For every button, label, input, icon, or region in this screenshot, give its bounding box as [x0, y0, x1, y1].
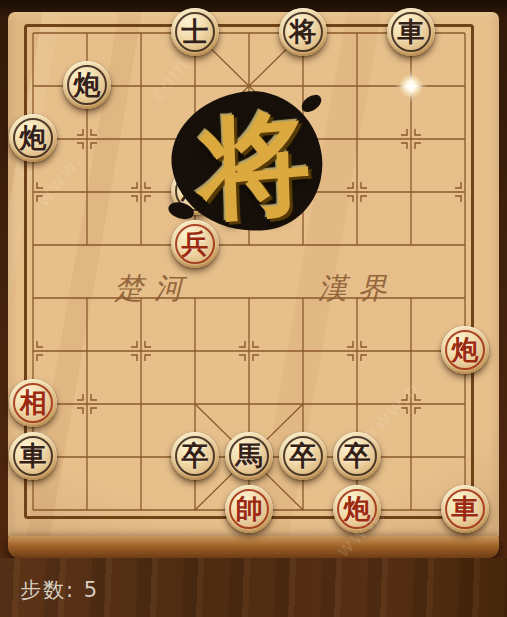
- piece-red[interactable]: 相: [9, 379, 57, 427]
- piece-red[interactable]: 炮: [441, 326, 489, 374]
- piece-black[interactable]: 卒: [333, 432, 381, 480]
- piece-black[interactable]: 炮: [9, 114, 57, 162]
- piece-black[interactable]: 車: [387, 8, 435, 56]
- piece-glyph: 帥: [236, 495, 263, 522]
- move-counter: 步数: 5: [20, 576, 99, 604]
- piece-glyph: 卒: [344, 442, 371, 469]
- piece-glyph: 士: [182, 18, 209, 45]
- piece-red[interactable]: 兵: [171, 220, 219, 268]
- piece-glyph: 卒: [182, 442, 209, 469]
- status-bar: 步数: 5: [0, 558, 507, 617]
- piece-glyph: 車: [20, 442, 47, 469]
- piece-black[interactable]: 馬: [225, 432, 273, 480]
- piece-glyph: 相: [20, 389, 47, 416]
- piece-glyph: 卒: [290, 442, 317, 469]
- piece-black[interactable]: 卒: [279, 432, 327, 480]
- piece-glyph: 炮: [74, 71, 101, 98]
- piece-black[interactable]: 炮: [63, 61, 111, 109]
- piece-glyph: 将: [290, 18, 317, 45]
- piece-glyph: 兵: [182, 230, 209, 257]
- piece-glyph: 炮: [452, 336, 479, 363]
- xiangqi-app-screen: 楚河 漢界 士将車炮炮馬兵炮相車卒馬卒卒帥炮車 将 步数: 5 .com www…: [0, 0, 507, 617]
- board-grid: 士将車炮炮馬兵炮相車卒馬卒卒帥炮車: [6, 7, 492, 537]
- piece-glyph: 車: [398, 18, 425, 45]
- piece-black[interactable]: 卒: [171, 432, 219, 480]
- piece-black[interactable]: 将: [279, 8, 327, 56]
- piece-glyph: 車: [452, 495, 479, 522]
- board-front-edge: [8, 536, 499, 558]
- piece-glyph: 炮: [20, 124, 47, 151]
- piece-red[interactable]: 炮: [333, 485, 381, 533]
- piece-black[interactable]: 士: [171, 8, 219, 56]
- piece-black[interactable]: 車: [9, 432, 57, 480]
- piece-glyph: 馬: [236, 442, 263, 469]
- piece-red[interactable]: 帥: [225, 485, 273, 533]
- piece-glyph: 炮: [344, 495, 371, 522]
- piece-red[interactable]: 車: [441, 485, 489, 533]
